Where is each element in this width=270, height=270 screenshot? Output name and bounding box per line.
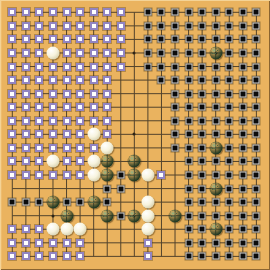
- black-stone[interactable]: [87, 196, 100, 209]
- white-territory-marker: [103, 35, 111, 43]
- black-territory-marker: [199, 9, 206, 16]
- black-territory-marker: [144, 9, 151, 16]
- white-territory-marker: [76, 76, 84, 84]
- black-territory-marker: [144, 63, 151, 70]
- black-territory-marker: [185, 104, 192, 111]
- black-territory-marker: [226, 226, 233, 233]
- black-territory-marker: [144, 49, 151, 56]
- white-territory-marker: [49, 8, 57, 16]
- black-territory-marker: [226, 199, 233, 206]
- black-territory-marker: [212, 63, 219, 70]
- black-territory-marker: [144, 36, 151, 43]
- white-territory-marker: [35, 157, 43, 165]
- white-territory-marker: [90, 22, 98, 30]
- white-territory-marker: [22, 103, 30, 111]
- black-territory-marker: [77, 199, 84, 206]
- white-territory-marker: [8, 76, 16, 84]
- black-territory-marker: [144, 22, 151, 29]
- white-territory-marker: [117, 8, 125, 16]
- black-territory-marker: [158, 9, 165, 16]
- black-territory-marker: [158, 22, 165, 29]
- white-stone[interactable]: [141, 196, 154, 209]
- black-territory-marker: [199, 22, 206, 29]
- white-territory-marker: [63, 49, 71, 57]
- black-territory-marker: [239, 131, 246, 138]
- white-territory-marker: [90, 117, 98, 125]
- black-stone[interactable]: [128, 209, 141, 222]
- black-territory-marker: [185, 90, 192, 97]
- black-territory-marker: [212, 131, 219, 138]
- white-territory-marker: [49, 239, 57, 247]
- white-territory-marker: [90, 35, 98, 43]
- white-territory-marker: [49, 252, 57, 260]
- white-territory-marker: [35, 22, 43, 30]
- black-territory-marker: [185, 77, 192, 84]
- white-territory-marker: [22, 239, 30, 247]
- black-territory-marker: [212, 199, 219, 206]
- black-territory-marker: [226, 212, 233, 219]
- white-territory-marker: [76, 252, 84, 260]
- white-territory-marker: [103, 130, 111, 138]
- black-territory-marker: [172, 63, 179, 70]
- black-territory-marker: [185, 253, 192, 260]
- black-territory-marker: [199, 226, 206, 233]
- white-territory-marker: [103, 117, 111, 125]
- white-territory-marker: [49, 35, 57, 43]
- black-territory-marker: [158, 49, 165, 56]
- black-territory-marker: [199, 90, 206, 97]
- black-territory-marker: [239, 172, 246, 179]
- white-territory-marker: [90, 103, 98, 111]
- black-territory-marker: [226, 63, 233, 70]
- white-stone[interactable]: [101, 141, 114, 154]
- white-territory-marker: [103, 76, 111, 84]
- white-territory-marker: [35, 63, 43, 71]
- black-territory-marker: [172, 90, 179, 97]
- black-territory-marker: [212, 212, 219, 219]
- white-territory-marker: [90, 76, 98, 84]
- white-territory-marker: [90, 63, 98, 71]
- black-territory-marker: [104, 199, 111, 206]
- white-territory-marker: [22, 35, 30, 43]
- black-territory-marker: [226, 253, 233, 260]
- black-territory-marker: [199, 212, 206, 219]
- black-territory-marker: [172, 117, 179, 124]
- black-territory-marker: [199, 239, 206, 246]
- white-territory-marker: [49, 103, 57, 111]
- black-territory-marker: [172, 9, 179, 16]
- black-territory-marker: [253, 172, 260, 179]
- black-territory-marker: [172, 36, 179, 43]
- black-territory-marker: [199, 199, 206, 206]
- black-territory-marker: [185, 36, 192, 43]
- white-stone[interactable]: [87, 155, 100, 168]
- white-territory-marker: [22, 225, 30, 233]
- black-territory-marker: [226, 158, 233, 165]
- white-territory-marker: [103, 22, 111, 30]
- white-stone[interactable]: [46, 223, 59, 236]
- black-territory-marker: [253, 239, 260, 246]
- black-stone[interactable]: [169, 209, 182, 222]
- white-territory-marker: [90, 49, 98, 57]
- black-stone[interactable]: [128, 169, 141, 182]
- white-territory-marker: [49, 63, 57, 71]
- black-territory-marker: [158, 36, 165, 43]
- white-territory-marker: [35, 76, 43, 84]
- white-stone[interactable]: [87, 128, 100, 141]
- white-territory-marker: [90, 144, 98, 152]
- white-territory-marker: [103, 63, 111, 71]
- black-territory-marker: [172, 131, 179, 138]
- black-territory-marker: [185, 239, 192, 246]
- black-territory-marker: [253, 253, 260, 260]
- white-territory-marker: [8, 63, 16, 71]
- white-territory-marker: [8, 144, 16, 152]
- black-territory-marker: [185, 212, 192, 219]
- white-territory-marker: [22, 8, 30, 16]
- white-territory-marker: [63, 239, 71, 247]
- black-territory-marker: [253, 226, 260, 233]
- white-territory-marker: [8, 225, 16, 233]
- white-territory-marker: [90, 90, 98, 98]
- white-territory-marker: [35, 90, 43, 98]
- black-territory-marker: [239, 226, 246, 233]
- black-stone[interactable]: [209, 223, 222, 236]
- white-territory-marker: [117, 49, 125, 57]
- black-stone[interactable]: [101, 209, 114, 222]
- black-territory-marker: [253, 104, 260, 111]
- black-territory-marker: [158, 63, 165, 70]
- white-territory-marker: [117, 63, 125, 71]
- white-territory-marker: [76, 22, 84, 30]
- black-territory-marker: [117, 212, 124, 219]
- black-territory-marker: [104, 185, 111, 192]
- white-territory-marker: [63, 35, 71, 43]
- white-territory-marker: [22, 117, 30, 125]
- black-territory-marker: [253, 117, 260, 124]
- black-territory-marker: [239, 117, 246, 124]
- black-territory-marker: [172, 77, 179, 84]
- white-territory-marker: [35, 225, 43, 233]
- black-territory-marker: [226, 22, 233, 29]
- white-territory-marker: [76, 144, 84, 152]
- black-stone[interactable]: [60, 209, 73, 222]
- black-territory-marker: [199, 63, 206, 70]
- white-territory-marker: [35, 144, 43, 152]
- black-territory-marker: [185, 199, 192, 206]
- black-territory-marker: [117, 185, 124, 192]
- black-territory-marker: [239, 63, 246, 70]
- black-territory-marker: [253, 9, 260, 16]
- black-territory-marker: [199, 131, 206, 138]
- black-territory-marker: [199, 117, 206, 124]
- white-territory-marker: [63, 103, 71, 111]
- white-territory-marker: [157, 171, 165, 179]
- white-territory-marker: [8, 130, 16, 138]
- white-territory-marker: [35, 103, 43, 111]
- black-territory-marker: [199, 172, 206, 179]
- white-territory-marker: [49, 76, 57, 84]
- white-territory-marker: [103, 103, 111, 111]
- white-territory-marker: [117, 35, 125, 43]
- black-stone[interactable]: [46, 196, 59, 209]
- white-territory-marker: [63, 90, 71, 98]
- black-territory-marker: [212, 253, 219, 260]
- white-territory-marker: [22, 130, 30, 138]
- white-territory-marker: [22, 171, 30, 179]
- black-territory-marker: [185, 172, 192, 179]
- white-territory-marker: [35, 117, 43, 125]
- white-territory-marker: [63, 144, 71, 152]
- white-territory-marker: [22, 49, 30, 57]
- black-territory-marker: [172, 144, 179, 151]
- white-territory-marker: [76, 117, 84, 125]
- white-territory-marker: [76, 49, 84, 57]
- black-territory-marker: [253, 199, 260, 206]
- white-stone[interactable]: [46, 46, 59, 59]
- white-territory-marker: [8, 239, 16, 247]
- black-stone[interactable]: [101, 155, 114, 168]
- white-territory-marker: [49, 90, 57, 98]
- black-territory-marker: [239, 49, 246, 56]
- white-territory-marker: [63, 130, 71, 138]
- black-territory-marker: [239, 77, 246, 84]
- black-territory-marker: [239, 199, 246, 206]
- black-territory-marker: [199, 77, 206, 84]
- black-territory-marker: [199, 36, 206, 43]
- black-stone[interactable]: [209, 141, 222, 154]
- white-territory-marker: [22, 144, 30, 152]
- black-territory-marker: [239, 36, 246, 43]
- white-stone[interactable]: [74, 223, 87, 236]
- black-territory-marker: [253, 36, 260, 43]
- black-territory-marker: [253, 90, 260, 97]
- white-territory-marker: [49, 130, 57, 138]
- black-territory-marker: [212, 36, 219, 43]
- white-stone[interactable]: [46, 155, 59, 168]
- white-territory-marker: [35, 239, 43, 247]
- white-territory-marker: [76, 8, 84, 16]
- black-stone[interactable]: [101, 169, 114, 182]
- black-territory-marker: [212, 172, 219, 179]
- black-territory-marker: [226, 36, 233, 43]
- black-territory-marker: [226, 239, 233, 246]
- white-territory-marker: [8, 171, 16, 179]
- black-territory-marker: [199, 49, 206, 56]
- black-territory-marker: [212, 9, 219, 16]
- black-territory-marker: [253, 185, 260, 192]
- white-territory-marker: [63, 63, 71, 71]
- black-territory-marker: [212, 22, 219, 29]
- black-territory-marker: [239, 253, 246, 260]
- white-territory-marker: [63, 171, 71, 179]
- black-territory-marker: [185, 9, 192, 16]
- white-territory-marker: [35, 252, 43, 260]
- white-territory-marker: [103, 90, 111, 98]
- black-territory-marker: [226, 77, 233, 84]
- black-territory-marker: [212, 117, 219, 124]
- black-territory-marker: [239, 9, 246, 16]
- white-territory-marker: [63, 252, 71, 260]
- white-territory-marker: [22, 76, 30, 84]
- white-territory-marker: [103, 49, 111, 57]
- black-territory-marker: [212, 239, 219, 246]
- black-territory-marker: [239, 158, 246, 165]
- black-territory-marker: [253, 212, 260, 219]
- white-territory-marker: [22, 63, 30, 71]
- black-territory-marker: [199, 144, 206, 151]
- black-territory-marker: [253, 158, 260, 165]
- black-territory-marker: [185, 158, 192, 165]
- white-territory-marker: [76, 157, 84, 165]
- white-territory-marker: [49, 22, 57, 30]
- black-territory-marker: [185, 63, 192, 70]
- star-point: [133, 51, 136, 54]
- black-territory-marker: [239, 22, 246, 29]
- black-territory-marker: [212, 158, 219, 165]
- white-territory-marker: [35, 130, 43, 138]
- white-territory-marker: [103, 8, 111, 16]
- white-territory-marker: [8, 157, 16, 165]
- black-stone[interactable]: [128, 155, 141, 168]
- white-territory-marker: [35, 8, 43, 16]
- black-territory-marker: [185, 131, 192, 138]
- white-territory-marker: [8, 252, 16, 260]
- white-territory-marker: [8, 35, 16, 43]
- black-territory-marker: [226, 104, 233, 111]
- black-territory-marker: [239, 239, 246, 246]
- white-territory-marker: [22, 252, 30, 260]
- black-territory-marker: [117, 172, 124, 179]
- black-territory-marker: [239, 144, 246, 151]
- black-territory-marker: [172, 49, 179, 56]
- white-territory-marker: [8, 49, 16, 57]
- white-stone[interactable]: [141, 169, 154, 182]
- white-territory-marker: [76, 63, 84, 71]
- white-territory-marker: [63, 22, 71, 30]
- black-territory-marker: [253, 63, 260, 70]
- white-territory-marker: [90, 8, 98, 16]
- white-territory-marker: [76, 35, 84, 43]
- black-territory-marker: [212, 90, 219, 97]
- white-territory-marker: [76, 239, 84, 247]
- black-territory-marker: [253, 131, 260, 138]
- star-point: [133, 133, 136, 136]
- white-territory-marker: [63, 117, 71, 125]
- white-territory-marker: [35, 49, 43, 57]
- black-territory-marker: [185, 226, 192, 233]
- black-territory-marker: [239, 104, 246, 111]
- white-territory-marker: [144, 239, 152, 247]
- black-territory-marker: [226, 9, 233, 16]
- black-territory-marker: [239, 212, 246, 219]
- white-territory-marker: [49, 171, 57, 179]
- black-territory-marker: [226, 49, 233, 56]
- white-territory-marker: [8, 117, 16, 125]
- white-territory-marker: [76, 171, 84, 179]
- black-territory-marker: [253, 77, 260, 84]
- black-territory-marker: [172, 104, 179, 111]
- black-territory-marker: [185, 49, 192, 56]
- white-territory-marker: [35, 171, 43, 179]
- black-territory-marker: [36, 199, 43, 206]
- white-territory-marker: [8, 22, 16, 30]
- white-territory-marker: [22, 90, 30, 98]
- black-territory-marker: [226, 185, 233, 192]
- star-point: [51, 214, 54, 217]
- black-territory-marker: [226, 144, 233, 151]
- white-territory-marker: [8, 8, 16, 16]
- black-territory-marker: [199, 158, 206, 165]
- white-territory-marker: [8, 90, 16, 98]
- black-territory-marker: [158, 77, 165, 84]
- black-territory-marker: [185, 185, 192, 192]
- white-territory-marker: [76, 103, 84, 111]
- black-territory-marker: [239, 185, 246, 192]
- white-territory-marker: [76, 90, 84, 98]
- black-territory-marker: [239, 90, 246, 97]
- black-stone[interactable]: [209, 46, 222, 59]
- white-territory-marker: [76, 130, 84, 138]
- black-territory-marker: [63, 199, 70, 206]
- black-territory-marker: [185, 22, 192, 29]
- white-territory-marker: [117, 22, 125, 30]
- black-territory-marker: [185, 117, 192, 124]
- black-territory-marker: [253, 144, 260, 151]
- white-territory-marker: [144, 252, 152, 260]
- white-stone[interactable]: [60, 223, 73, 236]
- go-app-window: [0, 0, 270, 270]
- white-territory-marker: [35, 35, 43, 43]
- black-territory-marker: [226, 117, 233, 124]
- go-board[interactable]: [0, 0, 270, 270]
- black-territory-marker: [22, 199, 29, 206]
- black-stone[interactable]: [209, 182, 222, 195]
- black-territory-marker: [199, 104, 206, 111]
- black-territory-marker: [226, 90, 233, 97]
- white-territory-marker: [63, 157, 71, 165]
- black-territory-marker: [199, 185, 206, 192]
- black-territory-marker: [226, 131, 233, 138]
- white-territory-marker: [8, 103, 16, 111]
- black-territory-marker: [212, 104, 219, 111]
- black-territory-marker: [199, 253, 206, 260]
- black-territory-marker: [253, 49, 260, 56]
- white-territory-marker: [49, 144, 57, 152]
- white-territory-marker: [49, 117, 57, 125]
- black-territory-marker: [172, 22, 179, 29]
- white-territory-marker: [22, 22, 30, 30]
- white-territory-marker: [63, 76, 71, 84]
- white-stone[interactable]: [141, 209, 154, 222]
- black-territory-marker: [9, 199, 16, 206]
- black-territory-marker: [212, 77, 219, 84]
- black-territory-marker: [185, 144, 192, 151]
- white-stone[interactable]: [87, 169, 100, 182]
- black-territory-marker: [226, 172, 233, 179]
- black-territory-marker: [253, 22, 260, 29]
- white-stone[interactable]: [141, 223, 154, 236]
- white-territory-marker: [22, 157, 30, 165]
- white-territory-marker: [63, 8, 71, 16]
